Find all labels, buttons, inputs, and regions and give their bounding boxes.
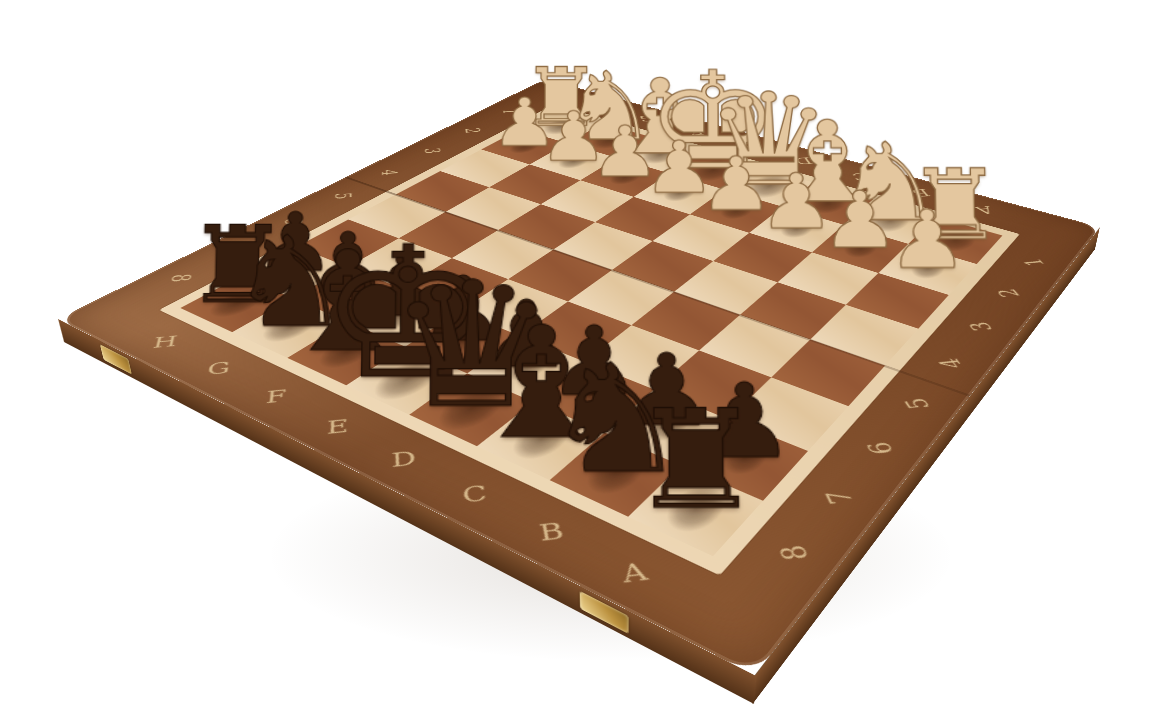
scene: 8877665544332211HHGGFFEEDDCCBBAA ♜♞♟♝♟♚♟… — [0, 0, 1159, 719]
coord-file-far-H-text: H — [590, 101, 610, 110]
chess-board: 8877665544332211HHGGFFEEDDCCBBAA ♜♞♟♝♟♚♟… — [58, 79, 1100, 675]
photo-canvas: 8877665544332211HHGGFFEEDDCCBBAA ♜♞♟♝♟♚♟… — [0, 0, 1159, 719]
black-rook-glyph: ♜ — [528, 392, 865, 528]
